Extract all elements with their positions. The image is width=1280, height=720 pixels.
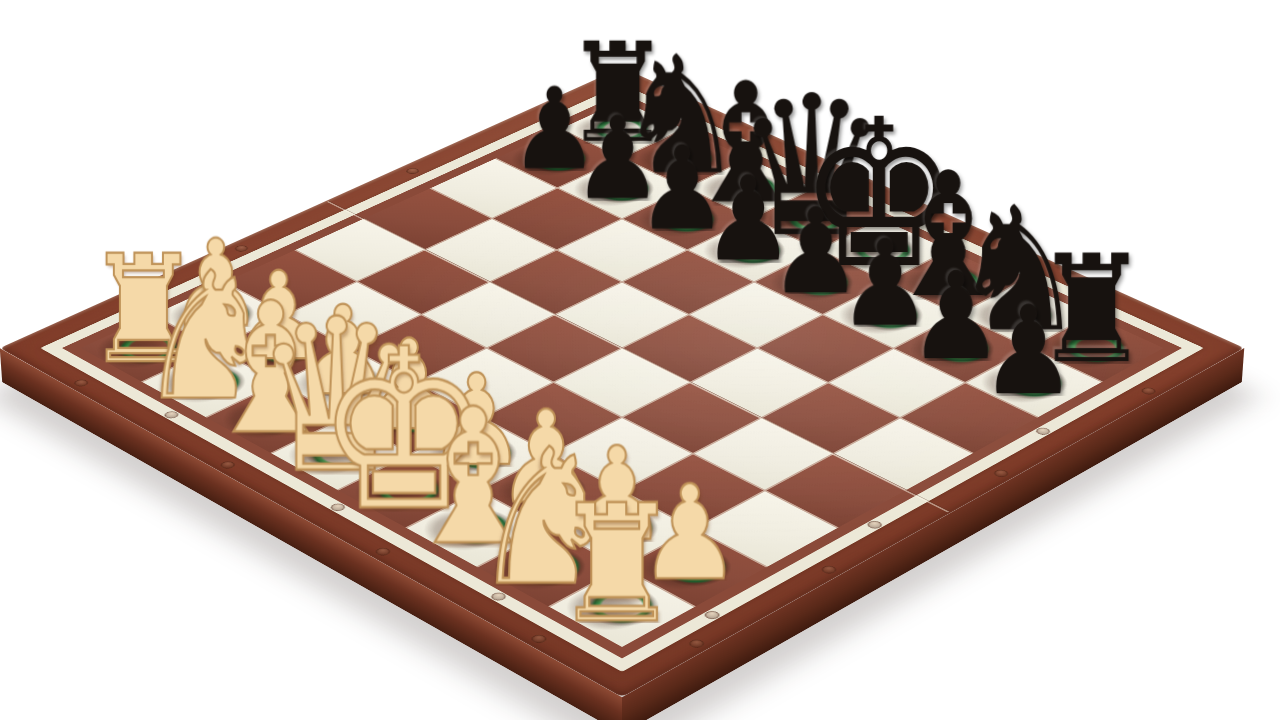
screw-mark	[994, 244, 1012, 253]
screw-mark	[823, 167, 841, 175]
screw-mark	[686, 638, 707, 649]
screw-mark	[991, 468, 1010, 478]
screw-mark	[529, 633, 550, 644]
photo-scene: ♜♞♝♛♚♝♞♜♟♟♟♟♟♟♟♟♟♟♟♟♟♟♟♟♜♞♝♛♚♝♞♜	[0, 0, 1280, 720]
screw-mark	[218, 460, 237, 470]
screw-mark	[1033, 426, 1052, 436]
screw-mark	[373, 546, 393, 557]
screw-mark	[162, 410, 181, 420]
screw-mark	[1139, 386, 1158, 396]
chess-board: ♜♞♝♛♚♝♞♜♟♟♟♟♟♟♟♟♟♟♟♟♟♟♟♟♜♞♝♛♚♝♞♜	[0, 67, 1244, 697]
screw-mark	[232, 244, 250, 253]
screw-mark	[488, 591, 508, 602]
screw-mark	[404, 167, 422, 175]
product-photo-background: ♜♞♝♛♚♝♞♜♟♟♟♟♟♟♟♟♟♟♟♟♟♟♟♟♜♞♝♛♚♝♞♜	[0, 0, 1280, 720]
screw-mark	[819, 564, 839, 575]
screw-mark	[328, 502, 348, 512]
screw-mark	[702, 609, 722, 620]
screw-mark	[72, 378, 91, 388]
screw-mark	[865, 519, 885, 530]
